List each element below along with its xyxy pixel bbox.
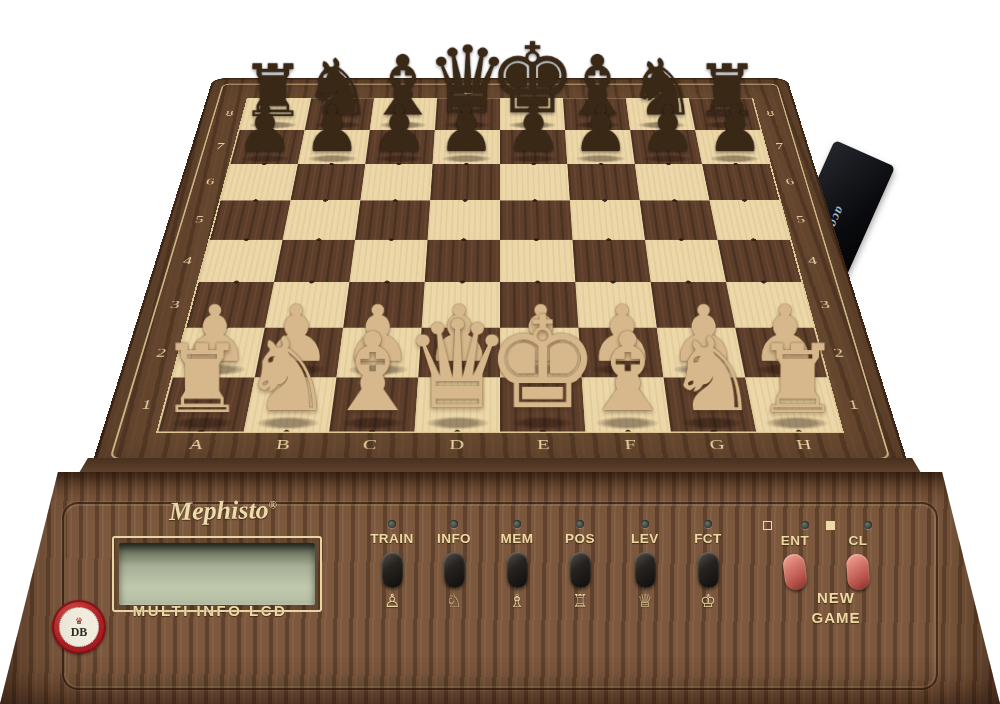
playing-field: ♜♞♝♛♚♝♞♜♟♟♟♟♟♟♟♟♟♟♟♟♟♟♟♟♜♞♝♛♚♝♞♜ — [156, 98, 844, 433]
piece-white-bishop-f1[interactable]: ♝ — [579, 318, 676, 426]
square-h7[interactable]: ♟ — [695, 130, 769, 164]
piece-black-pawn-d7[interactable]: ♟ — [438, 97, 495, 161]
square-h4[interactable] — [717, 240, 801, 282]
square-e4[interactable] — [500, 240, 575, 282]
square-g7[interactable]: ♟ — [630, 130, 702, 164]
square-d4[interactable] — [425, 240, 500, 282]
piece-black-pawn-c7[interactable]: ♟ — [371, 97, 428, 161]
cl-led — [864, 521, 872, 529]
chess-board: ABCDEFGH ABCDEFGH 87654321 87654321 ♜♞♝♛… — [90, 78, 910, 470]
cl-square-indicator — [826, 521, 835, 530]
ent-square-indicator — [763, 521, 772, 530]
pos-led — [576, 520, 584, 528]
square-c5[interactable] — [355, 200, 430, 239]
cl-label: CL — [826, 533, 890, 548]
fct-label: FCT — [676, 531, 740, 546]
lev-button[interactable] — [635, 552, 656, 588]
square-e1[interactable]: ♚ — [500, 377, 585, 431]
federation-badge: ♛ DB — [52, 600, 106, 654]
bishop-icon: ♗ — [485, 592, 549, 610]
piece-white-knight-b1[interactable]: ♞ — [241, 324, 333, 426]
lcd-caption: MULTI INFO LCD — [100, 602, 320, 619]
lcd-display — [112, 536, 322, 612]
square-g6[interactable] — [635, 164, 710, 200]
square-b6[interactable] — [291, 164, 366, 200]
piece-black-pawn-g7[interactable]: ♟ — [639, 97, 696, 161]
pos-button-group: POS ♖ — [548, 520, 612, 610]
square-g4[interactable] — [645, 240, 726, 282]
fct-button-group: FCT ♔ — [676, 520, 740, 610]
ent-button-group: ENT — [763, 520, 827, 594]
pos-button[interactable] — [570, 552, 591, 588]
file-label-bottom-h: H — [758, 433, 850, 457]
fct-led — [704, 520, 712, 528]
square-a1[interactable]: ♜ — [158, 377, 254, 431]
piece-black-pawn-e7[interactable]: ♟ — [505, 97, 562, 161]
train-led — [388, 520, 396, 528]
square-c6[interactable] — [360, 164, 432, 200]
train-button-group: TRAIN ♙ — [360, 520, 424, 610]
new-game-label: NEW GAME — [791, 588, 881, 629]
square-e7[interactable]: ♟ — [500, 130, 567, 164]
registered-mark: ® — [269, 498, 277, 510]
piece-black-pawn-b7[interactable]: ♟ — [303, 97, 360, 161]
mem-button-group: MEM ♗ — [485, 520, 549, 610]
file-label-bottom-c: C — [325, 433, 414, 457]
file-label-bottom-d: D — [412, 433, 500, 457]
info-label: INFO — [422, 531, 486, 546]
square-b1[interactable]: ♞ — [244, 377, 337, 431]
square-d6[interactable] — [430, 164, 500, 200]
rook-icon: ♖ — [548, 592, 612, 610]
square-h1[interactable]: ♜ — [745, 377, 841, 431]
mephisto-chess-computer: academy ABCDEFGH ABCDEFGH 87654321 87654… — [0, 0, 1000, 704]
mem-button[interactable] — [507, 552, 528, 588]
control-console: Mephisto® MULTI INFO LCD ♛ DB TRAIN ♙ IN… — [0, 472, 1000, 704]
square-c7[interactable]: ♟ — [365, 130, 435, 164]
lev-led — [641, 520, 649, 528]
file-label-bottom-g: G — [672, 433, 763, 457]
square-f1[interactable]: ♝ — [582, 377, 671, 431]
cl-button[interactable] — [846, 553, 870, 590]
square-b4[interactable] — [274, 240, 355, 282]
queen-icon: ♕ — [613, 592, 677, 610]
info-button-group: INFO ♘ — [422, 520, 486, 610]
info-button[interactable] — [444, 552, 465, 588]
fct-button[interactable] — [698, 552, 719, 588]
ent-button[interactable] — [782, 553, 808, 591]
train-label: TRAIN — [360, 531, 424, 546]
square-h5[interactable] — [709, 200, 789, 239]
pawn-icon: ♙ — [360, 592, 424, 610]
cl-button-group: CL — [826, 520, 890, 594]
lcd-screen — [119, 543, 315, 605]
square-a7[interactable]: ♟ — [231, 130, 305, 164]
square-a4[interactable] — [199, 240, 283, 282]
square-e5[interactable] — [500, 200, 572, 239]
piece-white-knight-g1[interactable]: ♞ — [667, 324, 759, 426]
square-g5[interactable] — [640, 200, 718, 239]
knight-icon: ♘ — [422, 592, 486, 610]
piece-black-pawn-a7[interactable]: ♟ — [236, 97, 293, 161]
board-frame: ABCDEFGH ABCDEFGH 87654321 87654321 ♜♞♝♛… — [90, 78, 910, 470]
mem-label: MEM — [485, 531, 549, 546]
piece-white-rook-a1[interactable]: ♜ — [160, 332, 245, 427]
square-h6[interactable] — [702, 164, 779, 200]
board-grid: ♜♞♝♛♚♝♞♜♟♟♟♟♟♟♟♟♟♟♟♟♟♟♟♟♜♞♝♛♚♝♞♜ — [158, 98, 841, 431]
file-label-bottom-a: A — [150, 433, 242, 457]
square-f7[interactable]: ♟ — [565, 130, 635, 164]
square-d5[interactable] — [428, 200, 500, 239]
file-label-bottom-b: B — [237, 433, 328, 457]
square-e6[interactable] — [500, 164, 570, 200]
ent-led — [801, 521, 809, 529]
square-g1[interactable]: ♞ — [664, 377, 757, 431]
brand-logo: Mephisto® — [158, 495, 289, 527]
file-label-bottom-f: F — [586, 433, 675, 457]
lev-label: LEV — [613, 531, 677, 546]
mem-led — [513, 520, 521, 528]
square-f4[interactable] — [572, 240, 650, 282]
brand-text: Mephisto — [169, 495, 269, 526]
lev-button-group: LEV ♕ — [613, 520, 677, 610]
federation-badge-center: ♛ DB — [59, 607, 99, 647]
square-a6[interactable] — [221, 164, 298, 200]
badge-letters: DB — [71, 626, 88, 638]
train-button[interactable] — [382, 552, 403, 588]
piece-black-pawn-f7[interactable]: ♟ — [572, 97, 629, 161]
info-led — [450, 520, 458, 528]
piece-black-pawn-h7[interactable]: ♟ — [706, 97, 763, 161]
square-a5[interactable] — [210, 200, 290, 239]
file-label-bottom-e: E — [500, 433, 588, 457]
file-labels-bottom: ABCDEFGH — [150, 433, 851, 457]
ent-label: ENT — [763, 533, 827, 548]
square-f6[interactable] — [567, 164, 639, 200]
square-c4[interactable] — [349, 240, 427, 282]
king-icon: ♔ — [676, 592, 740, 610]
piece-white-rook-h1[interactable]: ♜ — [755, 332, 840, 427]
square-b5[interactable] — [283, 200, 361, 239]
square-d7[interactable]: ♟ — [433, 130, 500, 164]
square-b7[interactable]: ♟ — [298, 130, 370, 164]
pos-label: POS — [548, 531, 612, 546]
square-f5[interactable] — [570, 200, 645, 239]
